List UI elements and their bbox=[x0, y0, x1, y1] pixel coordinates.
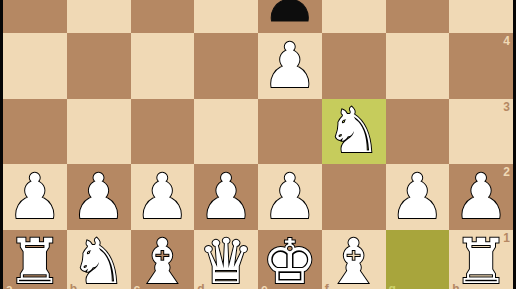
square-a3[interactable] bbox=[3, 99, 67, 165]
piece-white-rook[interactable]: ♜ bbox=[3, 230, 67, 289]
square-a5[interactable] bbox=[3, 0, 67, 33]
square-e2[interactable]: ♟ bbox=[258, 164, 322, 230]
piece-white-pawn[interactable]: ♟ bbox=[258, 33, 322, 99]
coord-file-b: b bbox=[70, 283, 77, 289]
square-f1[interactable]: ♝f bbox=[322, 230, 386, 289]
square-e3[interactable] bbox=[258, 99, 322, 165]
piece-white-knight[interactable]: ♞ bbox=[67, 230, 131, 289]
square-h2[interactable]: ♟2 bbox=[449, 164, 513, 230]
piece-white-knight[interactable]: ♞ bbox=[322, 99, 386, 165]
square-d4[interactable] bbox=[194, 33, 258, 99]
piece-white-pawn[interactable]: ♟ bbox=[131, 164, 195, 230]
square-g2[interactable]: ♟ bbox=[386, 164, 450, 230]
coord-file-g: g bbox=[389, 283, 396, 289]
coord-rank-3: 3 bbox=[503, 101, 510, 113]
square-c4[interactable] bbox=[131, 33, 195, 99]
square-h3[interactable]: 3 bbox=[449, 99, 513, 165]
piece-white-pawn[interactable]: ♟ bbox=[386, 164, 450, 230]
square-c2[interactable]: ♟ bbox=[131, 164, 195, 230]
square-g5[interactable] bbox=[386, 0, 450, 33]
piece-white-king[interactable]: ♚ bbox=[258, 230, 322, 289]
square-b4[interactable] bbox=[67, 33, 131, 99]
square-d5[interactable] bbox=[194, 0, 258, 33]
square-g3[interactable] bbox=[386, 99, 450, 165]
square-d3[interactable] bbox=[194, 99, 258, 165]
square-a2[interactable]: ♟ bbox=[3, 164, 67, 230]
square-b3[interactable] bbox=[67, 99, 131, 165]
coord-rank-2: 2 bbox=[503, 166, 510, 178]
square-h4[interactable]: 4 bbox=[449, 33, 513, 99]
coord-file-d: d bbox=[197, 283, 204, 289]
chess-board: ♜♞♝♛♚♝♞♜8♟♟♟♟♟♟♟76♟5♟4♞3♟♟♟♟♟♟♟2♜a♞b♝c♛d… bbox=[3, 0, 513, 289]
square-a4[interactable] bbox=[3, 33, 67, 99]
coord-rank-1: 1 bbox=[503, 232, 510, 244]
square-d1[interactable]: ♛d bbox=[194, 230, 258, 289]
square-b5[interactable] bbox=[67, 0, 131, 33]
square-c3[interactable] bbox=[131, 99, 195, 165]
square-c1[interactable]: ♝c bbox=[131, 230, 195, 289]
square-d2[interactable]: ♟ bbox=[194, 164, 258, 230]
square-c5[interactable] bbox=[131, 0, 195, 33]
piece-white-bishop[interactable]: ♝ bbox=[131, 230, 195, 289]
coord-file-c: c bbox=[134, 283, 141, 289]
piece-white-bishop[interactable]: ♝ bbox=[322, 230, 386, 289]
piece-white-pawn[interactable]: ♟ bbox=[3, 164, 67, 230]
coord-file-a: a bbox=[6, 283, 13, 289]
coord-file-f: f bbox=[325, 283, 329, 289]
square-f2[interactable] bbox=[322, 164, 386, 230]
square-h5[interactable]: 5 bbox=[449, 0, 513, 33]
chess-board-viewport: ♜♞♝♛♚♝♞♜8♟♟♟♟♟♟♟76♟5♟4♞3♟♟♟♟♟♟♟2♜a♞b♝c♛d… bbox=[0, 0, 516, 289]
square-e1[interactable]: ♚e bbox=[258, 230, 322, 289]
square-f4[interactable] bbox=[322, 33, 386, 99]
piece-white-pawn[interactable]: ♟ bbox=[67, 164, 131, 230]
piece-white-pawn[interactable]: ♟ bbox=[258, 164, 322, 230]
square-e4[interactable]: ♟ bbox=[258, 33, 322, 99]
square-g4[interactable] bbox=[386, 33, 450, 99]
square-f3[interactable]: ♞ bbox=[322, 99, 386, 165]
square-b2[interactable]: ♟ bbox=[67, 164, 131, 230]
square-a1[interactable]: ♜a bbox=[3, 230, 67, 289]
coord-file-h: h bbox=[452, 283, 459, 289]
square-b1[interactable]: ♞b bbox=[67, 230, 131, 289]
coord-file-e: e bbox=[261, 283, 268, 289]
square-g1[interactable]: g bbox=[386, 230, 450, 289]
coord-rank-4: 4 bbox=[503, 35, 510, 47]
square-f5[interactable] bbox=[322, 0, 386, 33]
piece-white-queen[interactable]: ♛ bbox=[194, 230, 258, 289]
square-h1[interactable]: ♜1h bbox=[449, 230, 513, 289]
piece-white-pawn[interactable]: ♟ bbox=[194, 164, 258, 230]
